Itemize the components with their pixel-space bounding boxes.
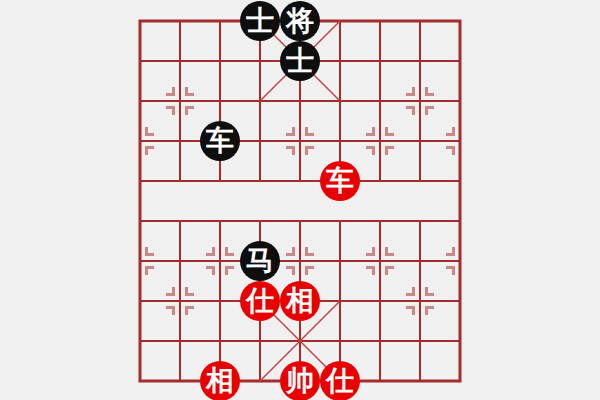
red-chariot[interactable]: 车 [320,161,360,201]
black-horse[interactable]: 马 [240,241,280,281]
xiangqi-screenshot: 士将士车车马仕相相帅仕 [0,0,600,400]
red-general[interactable]: 帅 [280,361,320,400]
red-elephant[interactable]: 相 [200,361,240,400]
black-chariot[interactable]: 车 [200,121,240,161]
red-advisor[interactable]: 仕 [320,361,360,400]
red-elephant[interactable]: 相 [280,281,320,321]
black-advisor[interactable]: 士 [280,41,320,81]
xiangqi-board[interactable]: 士将士车车马仕相相帅仕 [120,1,480,400]
black-advisor[interactable]: 士 [240,1,280,41]
black-general[interactable]: 将 [280,1,320,41]
red-advisor[interactable]: 仕 [240,281,280,321]
